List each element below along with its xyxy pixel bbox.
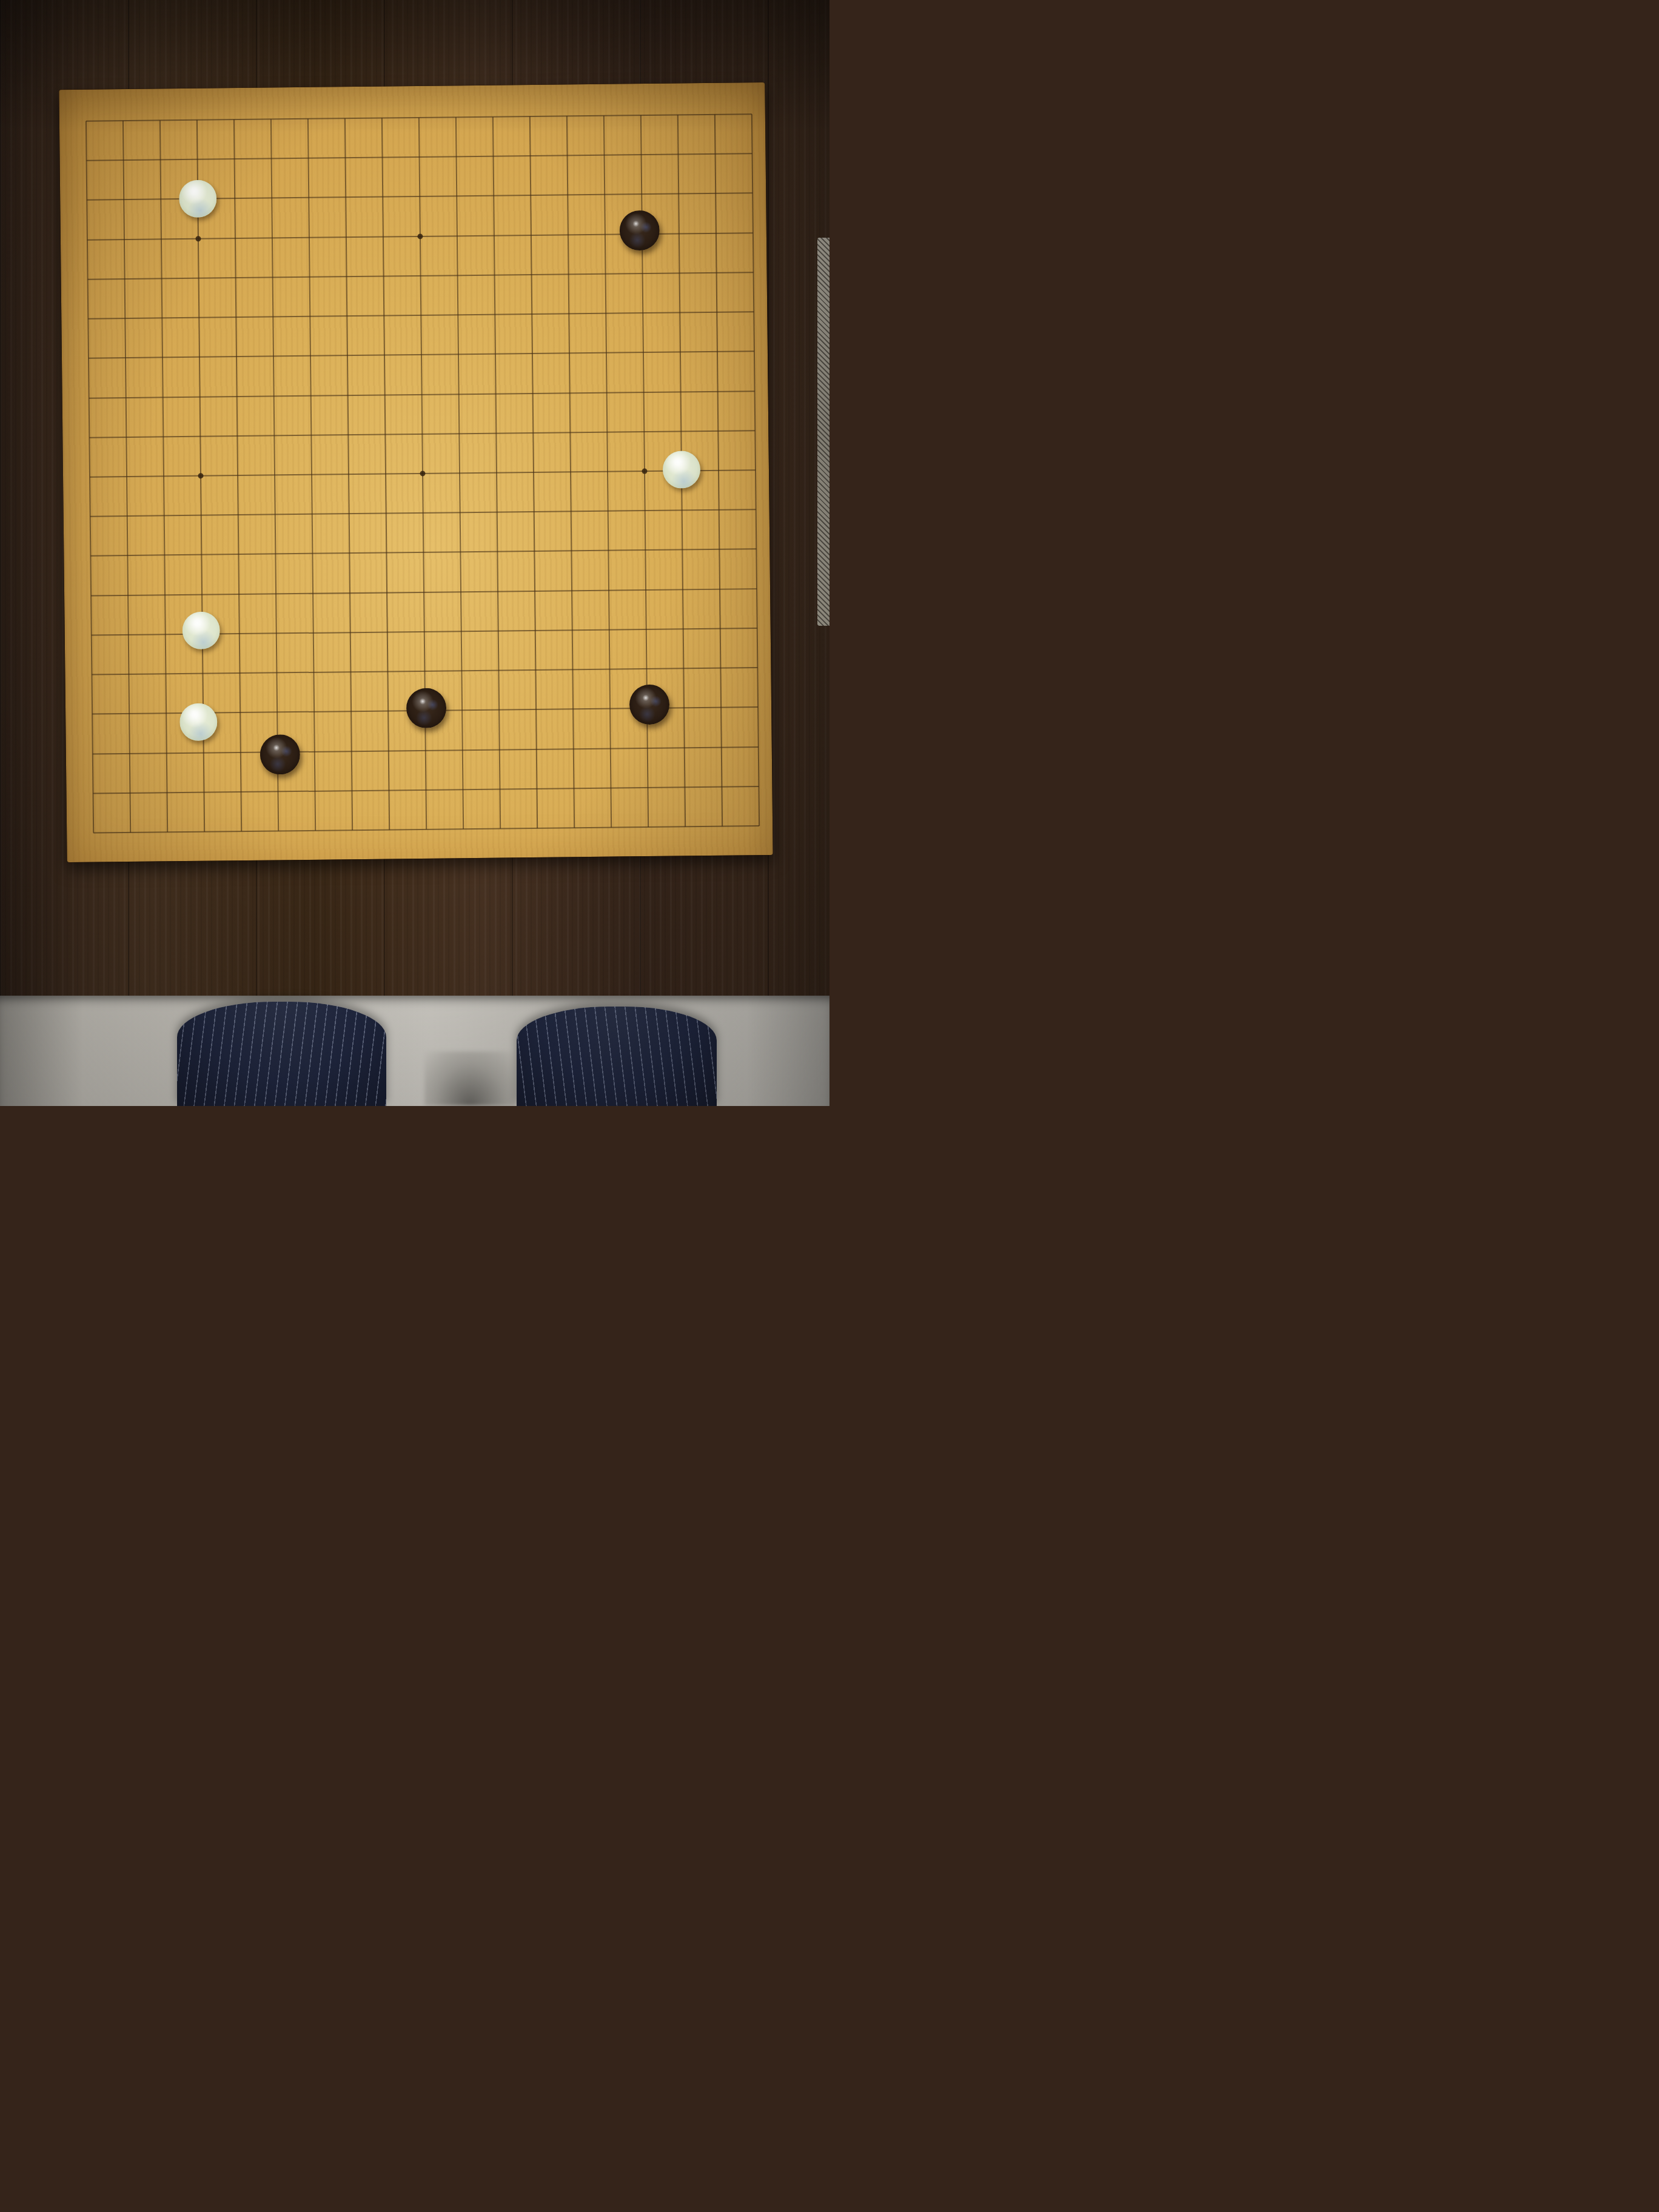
white-stone-R10[interactable] xyxy=(663,451,701,489)
star-point-hoshi xyxy=(198,473,203,478)
black-stone-K4[interactable] xyxy=(406,688,447,729)
mat-strip xyxy=(817,238,829,626)
star-point-hoshi xyxy=(417,233,423,239)
black-stone-F3[interactable] xyxy=(260,734,301,775)
right-knee-pinstripe-trouser xyxy=(517,1007,717,1106)
black-stone-Q16[interactable] xyxy=(619,210,660,250)
go-board[interactable] xyxy=(59,82,773,862)
white-stone-D4[interactable] xyxy=(179,703,218,742)
floor-shadow xyxy=(424,1051,515,1106)
go-grid[interactable] xyxy=(86,114,759,833)
star-point-hoshi xyxy=(195,236,201,241)
black-stone-Q4[interactable] xyxy=(629,685,670,725)
star-point-hoshi xyxy=(642,469,647,474)
white-stone-D6[interactable] xyxy=(182,611,220,649)
star-point-hoshi xyxy=(420,471,425,476)
white-stone-D17[interactable] xyxy=(179,180,217,218)
left-knee-pinstripe-trouser xyxy=(177,1002,386,1106)
